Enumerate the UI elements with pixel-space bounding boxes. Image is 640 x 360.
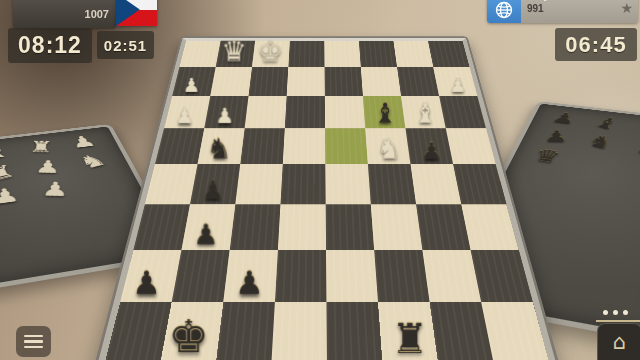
board-square[interactable] (105, 302, 172, 360)
captured-white-rook: ♜ (17, 139, 63, 155)
timer-right-main: 06:45 (555, 28, 637, 61)
board-square[interactable] (325, 96, 365, 128)
board-square[interactable] (416, 204, 470, 250)
piece-black-pawn[interactable]: ♟ (421, 140, 441, 163)
board-square[interactable] (210, 67, 252, 96)
piece-white-knight[interactable]: ♞ (376, 135, 401, 163)
more-dots-icon (603, 310, 608, 315)
piece-black-pawn[interactable]: ♟ (193, 220, 218, 248)
piece-black-pawn[interactable]: ♟ (235, 268, 264, 300)
board-square[interactable] (230, 204, 281, 250)
board-square[interactable] (471, 250, 533, 302)
board-square[interactable]: ♞ (365, 128, 410, 164)
timer-left-main: 08:12 (8, 28, 92, 63)
board-square[interactable] (145, 164, 198, 204)
board-square[interactable] (461, 204, 518, 250)
board-square[interactable]: ♞ (198, 128, 245, 164)
player-right-rating: 991 (527, 3, 632, 14)
board-square[interactable] (324, 41, 360, 67)
board-square[interactable] (245, 96, 287, 128)
piece-black-pawn[interactable]: ♟ (132, 268, 161, 300)
player-badge-right[interactable]: Player 64... 991 ★ (487, 0, 638, 23)
globe-icon (494, 0, 514, 20)
board-square[interactable] (446, 128, 496, 164)
home-button[interactable]: ⌂ (597, 323, 640, 360)
board-square[interactable] (393, 41, 433, 67)
board-square[interactable]: ♟ (190, 164, 240, 204)
more-options-button[interactable] (596, 303, 634, 321)
board-square[interactable]: ♟ (120, 250, 181, 302)
board-square[interactable] (155, 128, 204, 164)
board-square[interactable] (240, 128, 285, 164)
board-square[interactable] (275, 250, 327, 302)
piece-white-bishop[interactable]: ♝ (413, 100, 437, 127)
board-square[interactable] (271, 302, 326, 360)
chess-app-screen: michalicezka 1007 Player 64... 991 ★ 08:… (0, 0, 640, 360)
board-scene: ♛♚♟♟♟♟♝♝♞♞♟♟♟♟♟♚♜ (70, 30, 570, 360)
captured-black-pawn: ♟ (624, 139, 640, 156)
board-square[interactable]: ♟ (223, 250, 278, 302)
board-square[interactable] (326, 250, 378, 302)
board-square[interactable] (481, 302, 549, 360)
board-square[interactable]: ♚ (252, 41, 290, 67)
piece-white-pawn[interactable]: ♟ (215, 106, 234, 127)
board-square[interactable]: ♛ (216, 41, 255, 67)
board-square[interactable] (133, 204, 190, 250)
piece-white-queen[interactable]: ♛ (221, 38, 246, 66)
board-square[interactable] (180, 41, 221, 67)
board-square[interactable] (278, 204, 326, 250)
board-square[interactable]: ♟ (172, 67, 216, 96)
board-square[interactable]: ♝ (401, 96, 446, 128)
board-square[interactable] (172, 250, 230, 302)
board-square[interactable]: ♟ (182, 204, 236, 250)
board-square[interactable] (248, 67, 288, 96)
chess-board: ♛♚♟♟♟♟♝♝♞♞♟♟♟♟♟♚♜ (96, 38, 558, 360)
player-badge-left[interactable]: michalicezka 1007 (13, 0, 116, 28)
player-left-rating: 1007 (20, 8, 109, 20)
piece-white-pawn[interactable]: ♟ (175, 106, 194, 127)
player-left-name: michalicezka (20, 0, 109, 2)
piece-black-pawn[interactable]: ♟ (202, 178, 224, 203)
globe-avatar (487, 0, 521, 23)
piece-black-bishop[interactable]: ♝ (373, 100, 397, 127)
board-square[interactable] (325, 164, 371, 204)
piece-white-pawn[interactable]: ♟ (183, 76, 200, 95)
menu-button[interactable] (16, 326, 51, 357)
board-square[interactable] (397, 67, 439, 96)
board-square[interactable] (453, 164, 506, 204)
board-square[interactable]: ♟ (433, 67, 477, 96)
captured-white-pawn: ♟ (0, 183, 33, 209)
board-square[interactable] (235, 164, 282, 204)
board-square[interactable]: ♚ (161, 302, 224, 360)
board-square[interactable] (283, 128, 326, 164)
board-square[interactable] (325, 67, 363, 96)
board-square[interactable]: ♜ (378, 302, 438, 360)
board-square[interactable] (430, 302, 494, 360)
board-square[interactable] (359, 41, 397, 67)
board-square[interactable] (325, 128, 368, 164)
timer-left-secondary: 02:51 (97, 31, 154, 59)
board-square[interactable] (287, 67, 325, 96)
board-square[interactable] (326, 204, 375, 250)
board-square[interactable] (216, 302, 275, 360)
piece-black-knight[interactable]: ♞ (207, 135, 232, 163)
czech-flag-icon (116, 0, 157, 26)
board-square[interactable] (368, 164, 416, 204)
star-icon: ★ (620, 0, 633, 16)
board-square[interactable]: ♟ (204, 96, 248, 128)
board-square[interactable] (371, 204, 423, 250)
piece-black-king[interactable]: ♚ (168, 314, 209, 359)
board-square[interactable] (428, 41, 470, 67)
hamburger-icon (24, 335, 43, 338)
board-square[interactable] (288, 41, 324, 67)
board-square[interactable] (285, 96, 325, 128)
captured-white-pawn: ♟ (23, 158, 71, 176)
board-square[interactable] (326, 302, 382, 360)
board-square[interactable] (361, 67, 401, 96)
piece-white-king[interactable]: ♚ (257, 38, 282, 66)
board-square[interactable]: ♝ (363, 96, 406, 128)
board-square[interactable] (280, 164, 325, 204)
home-icon: ⌂ (613, 332, 626, 353)
board-square[interactable]: ♟ (164, 96, 210, 128)
board-square[interactable] (439, 96, 486, 128)
board-square[interactable] (374, 250, 429, 302)
piece-white-pawn[interactable]: ♟ (449, 76, 466, 95)
player-right-name: Player 64... (527, 0, 632, 1)
piece-black-rook[interactable]: ♜ (391, 318, 428, 359)
